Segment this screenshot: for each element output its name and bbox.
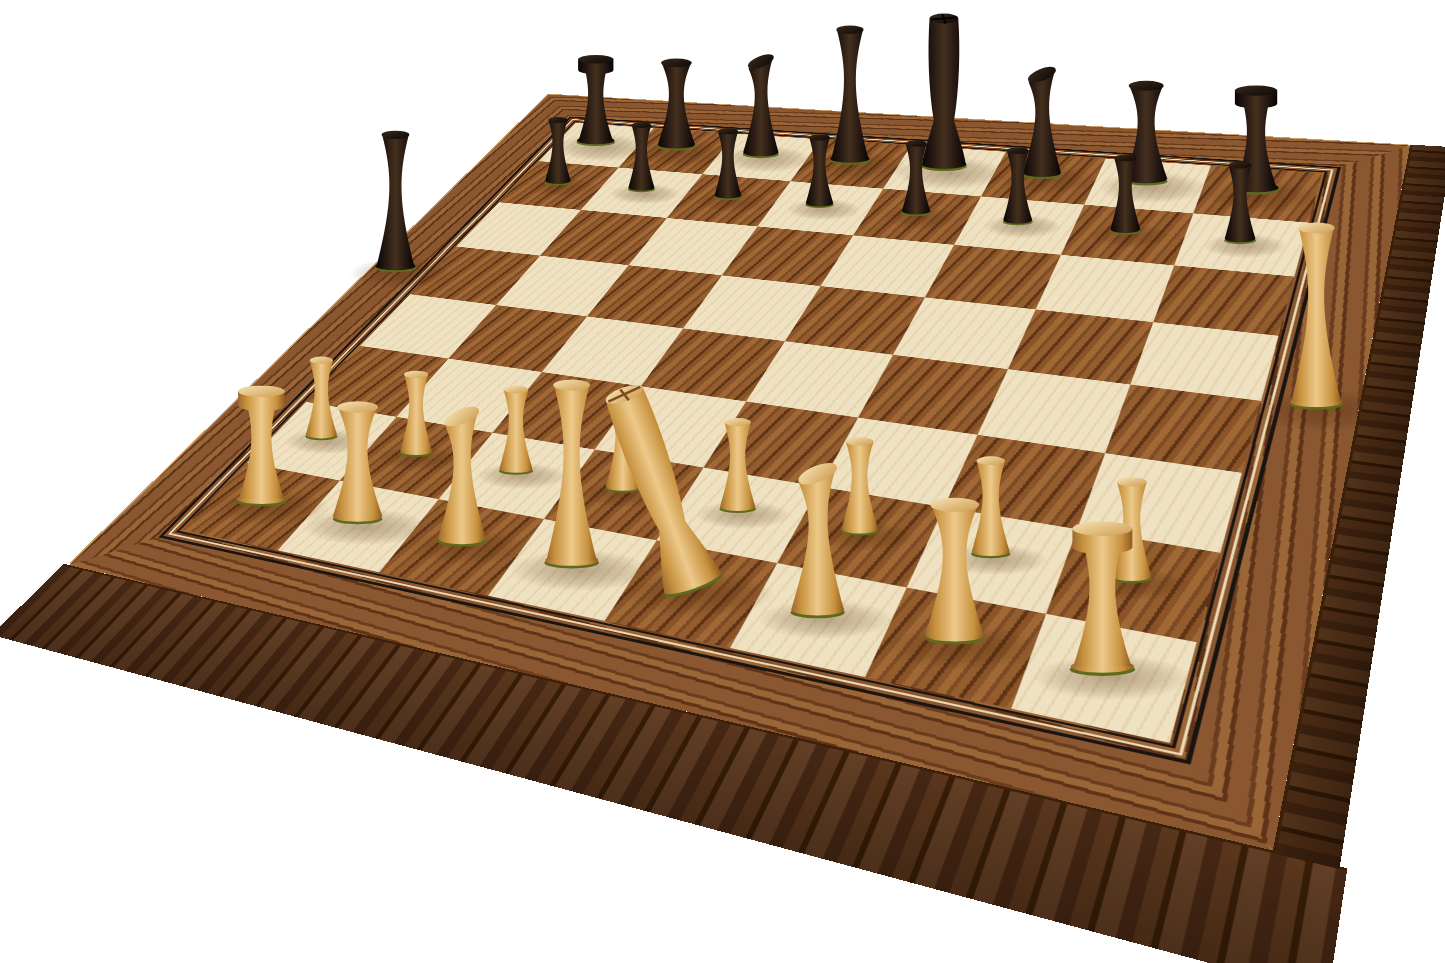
piece-black-pawn-e7 [894,137,938,218]
piece-black-pawn-b7 [621,119,662,194]
piece-white-knight-g1 [911,494,998,648]
piece-black-pawn-h7 [1216,158,1264,246]
chess-set-photo [0,0,1445,963]
piece-white-bishop-f1 [779,452,856,620]
piece-black-pawn-a7 [538,114,578,187]
piece-white-bishop-c1 [427,397,497,548]
piece-white-knight-b1 [321,398,394,527]
piece-white-pawn-e2 [710,414,765,516]
piece-white-queen-offboard-right [1276,219,1357,411]
piece-black-pawn-f7 [995,144,1041,227]
piece-black-queen-offboard-left [365,128,426,273]
piece-white-rook-h1 [1057,518,1148,678]
piece-black-pawn-g7 [1102,151,1149,237]
piece-white-rook-a1 [226,383,297,508]
piece-black-pawn-c7 [707,125,749,202]
piece-black-pawn-d7 [798,131,841,210]
